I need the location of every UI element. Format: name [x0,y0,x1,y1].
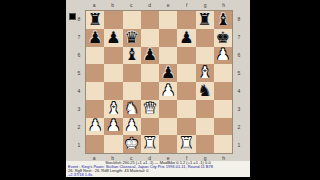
black-pawn-icon: ♟ [179,29,193,45]
white-bishop-icon: ♝ [106,100,120,116]
rank-label-8: 8 [75,10,83,28]
square-f1[interactable]: ♜ [177,135,195,153]
rank-label-1: 1 [75,136,83,154]
rank-label-4: 4 [235,82,243,100]
square-e5[interactable]: ♟ [159,64,177,82]
rank-label-2: 2 [75,118,83,136]
square-a4[interactable] [86,82,104,100]
square-f4[interactable] [177,82,195,100]
white-pawn-icon: ♟ [106,118,120,134]
black-rook-icon: ♜ [197,11,211,27]
rank-label-5: 5 [75,64,83,82]
game-info-panel: Stockfish 260.25 (+1 =1 -1) — MadBike 0.… [66,161,250,177]
square-g6[interactable] [196,47,214,65]
square-b6[interactable] [104,47,122,65]
square-a1[interactable] [86,135,104,153]
rank-label-3: 3 [235,100,243,118]
square-a5[interactable] [86,64,104,82]
square-h4[interactable] [214,82,232,100]
square-c5[interactable] [123,64,141,82]
white-pawn-icon: ♟ [124,118,138,134]
square-a7[interactable]: ♟ [86,29,104,47]
square-e1[interactable] [159,135,177,153]
square-f2[interactable] [177,118,195,136]
white-bishop-icon: ♝ [197,65,211,81]
square-b4[interactable] [104,82,122,100]
square-h6[interactable]: ♟ [214,47,232,65]
square-f8[interactable] [177,11,195,29]
square-d2[interactable] [141,118,159,136]
square-d7[interactable] [141,29,159,47]
rank-label-1: 1 [235,136,243,154]
square-d3[interactable]: ♛ [141,100,159,118]
square-g3[interactable] [196,100,214,118]
file-label-c: c [122,2,141,9]
rank-label-4: 4 [75,82,83,100]
square-h1[interactable] [214,135,232,153]
rank-label-8: 8 [235,10,243,28]
file-label-b: b [104,2,123,9]
black-rook-icon: ♜ [88,11,102,27]
square-h5[interactable] [214,64,232,82]
square-f7[interactable]: ♟ [177,29,195,47]
rank-label-2: 2 [235,118,243,136]
file-label-g: g [196,2,215,9]
square-a8[interactable]: ♜ [86,11,104,29]
square-e3[interactable] [159,100,177,118]
square-c3[interactable]: ♞ [123,100,141,118]
square-c6[interactable]: ♝ [123,47,141,65]
white-rook-icon: ♜ [179,136,193,152]
square-a3[interactable] [86,100,104,118]
square-a2[interactable]: ♟ [86,118,104,136]
square-b8[interactable] [104,11,122,29]
square-b3[interactable]: ♝ [104,100,122,118]
white-queen-icon: ♛ [143,100,157,116]
rank-label-7: 7 [235,28,243,46]
square-h8[interactable]: ♝ [214,11,232,29]
square-b5[interactable] [104,64,122,82]
white-rook-icon: ♜ [143,136,157,152]
square-d6[interactable]: ♟ [141,47,159,65]
square-f6[interactable] [177,47,195,65]
black-knight-icon: ♞ [197,82,211,98]
square-d8[interactable] [141,11,159,29]
rank-label-6: 6 [235,46,243,64]
rank-labels-right: 87654321 [235,10,243,154]
file-label-e: e [159,2,178,9]
square-e2[interactable] [159,118,177,136]
engine-eval-line: +2.37/18 1.6s [66,173,250,177]
square-g7[interactable] [196,29,214,47]
square-e8[interactable] [159,11,177,29]
chess-gui-window: abcdefgh 87654321 ♜♜♝♟♟♛♟♚♝♟♟♟♝♟♞♝♞♛♟♟♟♚… [66,0,250,177]
square-d1[interactable]: ♜ [141,135,159,153]
square-b1[interactable] [104,135,122,153]
square-h7[interactable]: ♚ [214,29,232,47]
rank-label-5: 5 [235,64,243,82]
white-knight-icon: ♞ [124,100,138,116]
black-queen-icon: ♛ [124,29,138,45]
black-king-icon: ♚ [216,29,230,45]
square-c8[interactable] [123,11,141,29]
black-bishop-icon: ♝ [216,11,230,27]
square-g1[interactable] [196,135,214,153]
black-pawn-icon: ♟ [88,29,102,45]
white-pawn-icon: ♟ [161,82,175,98]
square-g8[interactable]: ♜ [196,11,214,29]
rank-labels-left: 87654321 [75,10,83,154]
rank-label-6: 6 [75,46,83,64]
black-pawn-icon: ♟ [143,47,157,63]
white-king-icon: ♚ [124,136,138,152]
square-d4[interactable] [141,82,159,100]
black-pawn-icon: ♟ [161,65,175,81]
rank-label-3: 3 [75,100,83,118]
square-d5[interactable] [141,64,159,82]
square-e6[interactable] [159,47,177,65]
square-h2[interactable] [214,118,232,136]
square-g5[interactable]: ♝ [196,64,214,82]
square-c2[interactable]: ♟ [123,118,141,136]
black-pawn-icon: ♟ [106,29,120,45]
square-h3[interactable] [214,100,232,118]
rank-label-7: 7 [75,28,83,46]
square-e4[interactable]: ♟ [159,82,177,100]
square-f5[interactable] [177,64,195,82]
square-b2[interactable]: ♟ [104,118,122,136]
square-g4[interactable]: ♞ [196,82,214,100]
file-label-a: a [85,2,104,9]
square-c1[interactable]: ♚ [123,135,141,153]
square-b7[interactable]: ♟ [104,29,122,47]
white-pawn-icon: ♟ [88,118,102,134]
chess-board: ♜♜♝♟♟♛♟♚♝♟♟♟♝♟♞♝♞♛♟♟♟♚♜♜ [85,10,233,154]
white-pawn-icon: ♟ [216,47,230,63]
file-label-f: f [178,2,197,9]
square-f3[interactable] [177,100,195,118]
file-labels-top: abcdefgh [85,2,233,9]
square-c7[interactable]: ♛ [123,29,141,47]
file-label-h: h [215,2,234,9]
file-label-d: d [141,2,160,9]
square-g2[interactable] [196,118,214,136]
square-c4[interactable] [123,82,141,100]
square-e7[interactable] [159,29,177,47]
video-frame: { "game": "chess", "position": { "fen": … [0,0,320,180]
square-a6[interactable] [86,47,104,65]
black-bishop-icon: ♝ [124,47,138,63]
